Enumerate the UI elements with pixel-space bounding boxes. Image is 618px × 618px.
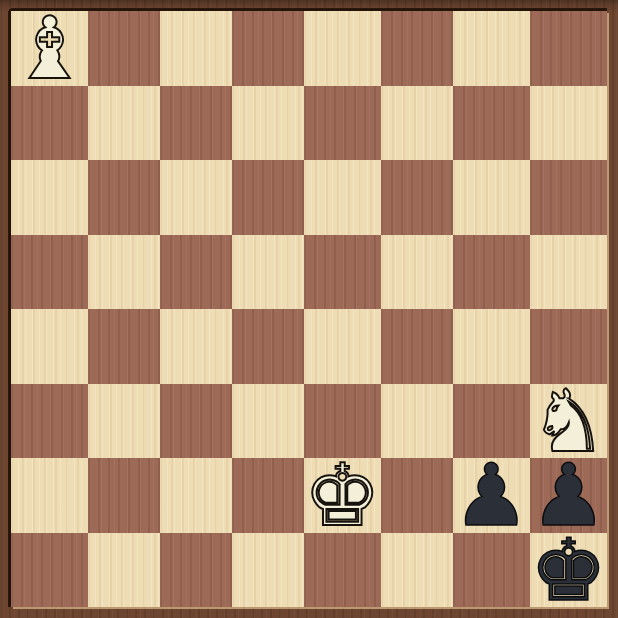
square-d1[interactable] bbox=[232, 533, 304, 608]
square-d7[interactable] bbox=[232, 86, 304, 161]
square-e2[interactable]: ♚ bbox=[304, 458, 381, 533]
square-f7[interactable] bbox=[381, 86, 453, 161]
square-e1[interactable] bbox=[304, 533, 381, 608]
square-e4[interactable] bbox=[304, 309, 381, 384]
white-bishop[interactable]: ♝ bbox=[11, 11, 88, 85]
square-c8[interactable] bbox=[160, 11, 232, 86]
square-h6[interactable] bbox=[530, 160, 607, 235]
square-g8[interactable] bbox=[453, 11, 530, 86]
square-b5[interactable] bbox=[88, 235, 160, 310]
black-pawn[interactable]: ♟ bbox=[453, 458, 530, 532]
square-a8[interactable]: ♝ bbox=[11, 11, 88, 86]
square-c7[interactable] bbox=[160, 86, 232, 161]
square-c6[interactable] bbox=[160, 160, 232, 235]
square-a4[interactable] bbox=[11, 309, 88, 384]
board-frame: ♝♞♚♟♟♚ bbox=[0, 0, 618, 618]
square-e7[interactable] bbox=[304, 86, 381, 161]
square-d6[interactable] bbox=[232, 160, 304, 235]
square-f6[interactable] bbox=[381, 160, 453, 235]
square-b4[interactable] bbox=[88, 309, 160, 384]
square-b2[interactable] bbox=[88, 458, 160, 533]
square-d3[interactable] bbox=[232, 384, 304, 459]
square-d5[interactable] bbox=[232, 235, 304, 310]
square-f2[interactable] bbox=[381, 458, 453, 533]
square-d8[interactable] bbox=[232, 11, 304, 86]
square-g6[interactable] bbox=[453, 160, 530, 235]
square-a6[interactable] bbox=[11, 160, 88, 235]
square-a3[interactable] bbox=[11, 384, 88, 459]
square-e6[interactable] bbox=[304, 160, 381, 235]
square-h7[interactable] bbox=[530, 86, 607, 161]
square-c3[interactable] bbox=[160, 384, 232, 459]
white-king[interactable]: ♚ bbox=[304, 458, 381, 532]
square-a1[interactable] bbox=[11, 533, 88, 608]
square-d2[interactable] bbox=[232, 458, 304, 533]
square-c1[interactable] bbox=[160, 533, 232, 608]
square-b3[interactable] bbox=[88, 384, 160, 459]
square-f5[interactable] bbox=[381, 235, 453, 310]
square-e8[interactable] bbox=[304, 11, 381, 86]
square-f4[interactable] bbox=[381, 309, 453, 384]
square-c2[interactable] bbox=[160, 458, 232, 533]
square-g4[interactable] bbox=[453, 309, 530, 384]
square-h1[interactable]: ♚ bbox=[530, 533, 607, 608]
square-g7[interactable] bbox=[453, 86, 530, 161]
square-b7[interactable] bbox=[88, 86, 160, 161]
square-b6[interactable] bbox=[88, 160, 160, 235]
square-c5[interactable] bbox=[160, 235, 232, 310]
square-g1[interactable] bbox=[453, 533, 530, 608]
square-a2[interactable] bbox=[11, 458, 88, 533]
square-b1[interactable] bbox=[88, 533, 160, 608]
square-b8[interactable] bbox=[88, 11, 160, 86]
square-f3[interactable] bbox=[381, 384, 453, 459]
square-c4[interactable] bbox=[160, 309, 232, 384]
square-g5[interactable] bbox=[453, 235, 530, 310]
square-h5[interactable] bbox=[530, 235, 607, 310]
square-h8[interactable] bbox=[530, 11, 607, 86]
square-g2[interactable]: ♟ bbox=[453, 458, 530, 533]
square-e5[interactable] bbox=[304, 235, 381, 310]
square-a7[interactable] bbox=[11, 86, 88, 161]
chess-board: ♝♞♚♟♟♚ bbox=[11, 11, 607, 607]
black-king[interactable]: ♚ bbox=[530, 533, 607, 607]
square-a5[interactable] bbox=[11, 235, 88, 310]
square-f1[interactable] bbox=[381, 533, 453, 608]
square-d4[interactable] bbox=[232, 309, 304, 384]
square-f8[interactable] bbox=[381, 11, 453, 86]
